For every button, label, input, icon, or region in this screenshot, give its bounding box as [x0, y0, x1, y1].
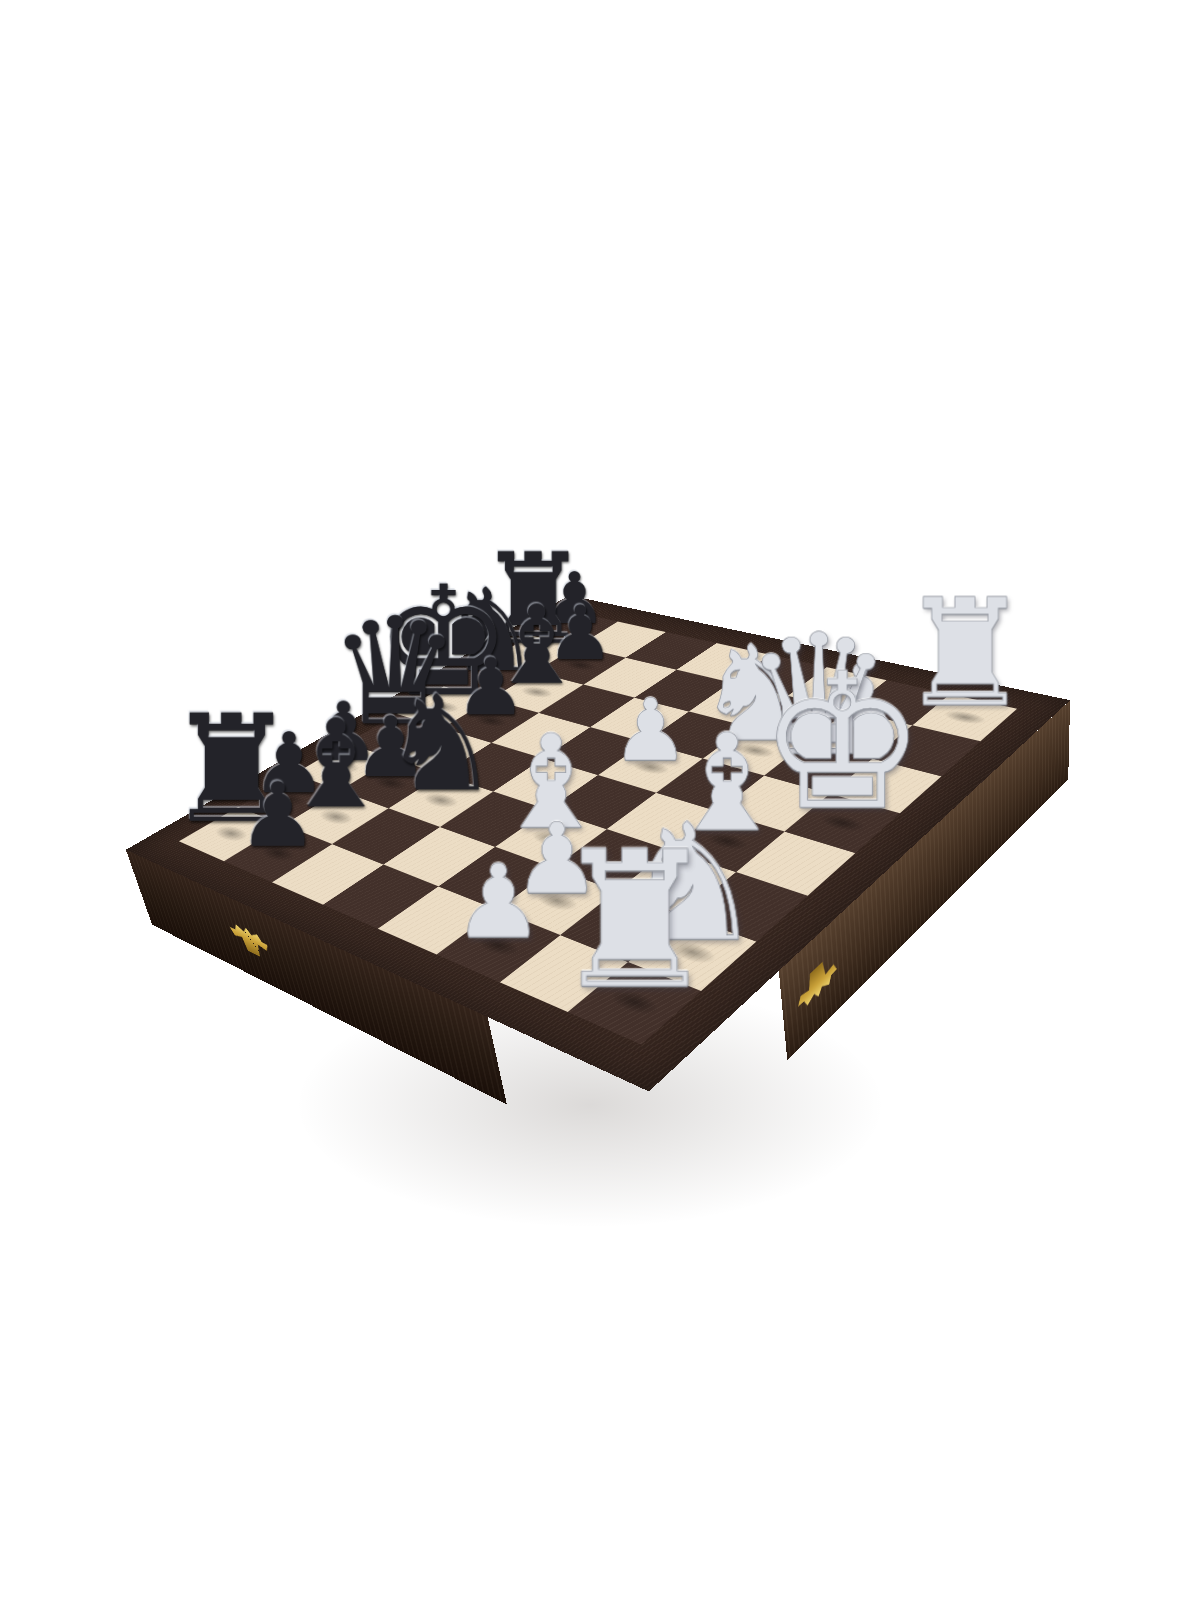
- square-a1: ♜: [568, 962, 701, 1045]
- piece-white-king: ♚: [758, 648, 926, 835]
- square-h1: ♜: [912, 694, 1017, 741]
- photo-scene: ♜♟♟♜♞♟♝♟♝♞♟♟♝♛♚♟♟♚♛♞♝♞♟♟♜♜♟: [0, 0, 1200, 1600]
- piece-white-pawn: ♟: [453, 850, 544, 952]
- brass-clasp-icon: [796, 949, 837, 1015]
- piece-white-rook: ♜: [550, 826, 719, 1014]
- brass-clasp-icon: [227, 919, 273, 963]
- square-c6: ♞: [388, 774, 493, 826]
- chess-box: ♜♟♟♜♞♟♝♟♝♞♟♟♝♛♚♟♟♚♛♞♝♞♟♟♜♜♟: [126, 595, 1070, 1091]
- piece-black-pawn: ♟: [238, 770, 318, 859]
- piece-black-knight: ♞: [382, 677, 500, 809]
